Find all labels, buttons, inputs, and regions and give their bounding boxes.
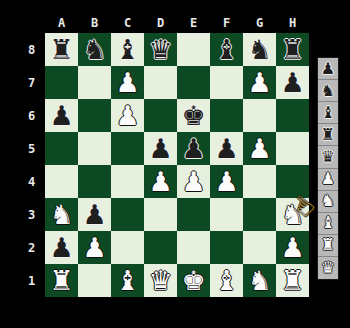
white-bishop[interactable]: ♝ <box>214 267 238 294</box>
square-g8[interactable]: ♞ <box>243 33 276 66</box>
white-knight-icon: ♞ <box>321 193 335 209</box>
square-e7[interactable] <box>177 66 210 99</box>
black-bishop-icon: ♝ <box>321 105 335 121</box>
white-pawn[interactable]: ♟ <box>115 102 139 129</box>
white-pawn[interactable]: ♟ <box>181 168 205 195</box>
square-b4[interactable] <box>78 165 111 198</box>
square-e6[interactable]: ♚ <box>177 99 210 132</box>
square-g5[interactable]: ♟ <box>243 132 276 165</box>
chess-game-screen: ABCDEFGH 87654321 ♜♞♝♛♝♞♜♟♟♟♟♟♚♟♟♟♟♟♟♟♞♟… <box>0 0 350 328</box>
white-pawn[interactable]: ♟ <box>280 234 304 261</box>
black-pawn[interactable]: ♟ <box>49 102 73 129</box>
square-g4[interactable] <box>243 165 276 198</box>
white-queen-icon: ♛ <box>321 260 335 276</box>
square-f5[interactable]: ♟ <box>210 132 243 165</box>
square-g6[interactable] <box>243 99 276 132</box>
rank-label-8: 8 <box>23 33 40 66</box>
square-d8[interactable]: ♛ <box>144 33 177 66</box>
black-pawn[interactable]: ♟ <box>181 135 205 162</box>
square-f8[interactable]: ♝ <box>210 33 243 66</box>
black-king[interactable]: ♚ <box>181 102 205 129</box>
square-b8[interactable]: ♞ <box>78 33 111 66</box>
file-labels: ABCDEFGH <box>45 16 309 31</box>
palette-black-bishop[interactable]: ♝ <box>318 102 338 124</box>
square-e1[interactable]: ♚ <box>177 264 210 297</box>
white-pawn[interactable]: ♟ <box>247 135 271 162</box>
square-a3[interactable]: ♞ <box>45 198 78 231</box>
square-e4[interactable]: ♟ <box>177 165 210 198</box>
square-h7[interactable]: ♟ <box>276 66 309 99</box>
file-label-h: H <box>276 16 309 31</box>
file-label-c: C <box>111 16 144 31</box>
square-d1[interactable]: ♛ <box>144 264 177 297</box>
black-knight[interactable]: ♞ <box>247 36 271 63</box>
white-knight[interactable]: ♞ <box>247 267 271 294</box>
black-pawn[interactable]: ♟ <box>82 201 106 228</box>
palette-black-queen[interactable]: ♛ <box>318 146 338 168</box>
square-g3[interactable] <box>243 198 276 231</box>
black-queen[interactable]: ♛ <box>148 36 172 63</box>
black-rook[interactable]: ♜ <box>280 36 304 63</box>
white-pawn[interactable]: ♟ <box>115 69 139 96</box>
square-f3[interactable] <box>210 198 243 231</box>
rank-label-3: 3 <box>23 198 40 231</box>
black-pawn[interactable]: ♟ <box>49 234 73 261</box>
square-a1[interactable]: ♜ <box>45 264 78 297</box>
black-pawn-icon: ♟ <box>321 61 335 77</box>
chess-board: ♜♞♝♛♝♞♜♟♟♟♟♟♚♟♟♟♟♟♟♟♞♟♞♟♟♟♜♝♛♚♝♞♜ <box>45 33 309 297</box>
square-h5[interactable] <box>276 132 309 165</box>
square-a5[interactable] <box>45 132 78 165</box>
black-knight[interactable]: ♞ <box>82 36 106 63</box>
square-d3[interactable] <box>144 198 177 231</box>
piece-palette: ♟♞♝♜♛♟♞♝♜♛ <box>317 57 339 280</box>
file-label-g: G <box>243 16 276 31</box>
black-rook[interactable]: ♜ <box>49 36 73 63</box>
white-queen[interactable]: ♛ <box>148 267 172 294</box>
white-bishop-icon: ♝ <box>321 215 335 231</box>
file-label-d: D <box>144 16 177 31</box>
square-c5[interactable] <box>111 132 144 165</box>
white-rook[interactable]: ♜ <box>280 267 304 294</box>
palette-black-knight[interactable]: ♞ <box>318 80 338 102</box>
square-b1[interactable] <box>78 264 111 297</box>
square-g1[interactable]: ♞ <box>243 264 276 297</box>
square-e8[interactable] <box>177 33 210 66</box>
square-h1[interactable]: ♜ <box>276 264 309 297</box>
black-pawn[interactable]: ♟ <box>148 135 172 162</box>
square-f1[interactable]: ♝ <box>210 264 243 297</box>
rank-label-7: 7 <box>23 66 40 99</box>
palette-white-pawn[interactable]: ♟ <box>318 169 338 191</box>
square-c2[interactable] <box>111 231 144 264</box>
palette-black-pawn[interactable]: ♟ <box>318 58 338 80</box>
black-pawn[interactable]: ♟ <box>280 69 304 96</box>
square-b3[interactable]: ♟ <box>78 198 111 231</box>
black-knight-icon: ♞ <box>321 83 335 99</box>
square-f7[interactable] <box>210 66 243 99</box>
file-label-b: B <box>78 16 111 31</box>
palette-white-rook[interactable]: ♜ <box>318 235 338 257</box>
white-pawn[interactable]: ♟ <box>148 168 172 195</box>
rank-label-1: 1 <box>23 264 40 297</box>
black-rook-icon: ♜ <box>321 127 335 143</box>
square-e2[interactable] <box>177 231 210 264</box>
square-e3[interactable] <box>177 198 210 231</box>
white-king[interactable]: ♚ <box>181 267 205 294</box>
rank-label-2: 2 <box>23 231 40 264</box>
palette-white-queen[interactable]: ♛ <box>318 257 338 279</box>
file-label-e: E <box>177 16 210 31</box>
white-rook[interactable]: ♜ <box>49 267 73 294</box>
white-knight[interactable]: ♞ <box>49 201 73 228</box>
white-pawn[interactable]: ♟ <box>82 234 106 261</box>
white-bishop[interactable]: ♝ <box>115 267 139 294</box>
rank-labels: 87654321 <box>23 33 40 297</box>
file-label-a: A <box>45 16 78 31</box>
square-b7[interactable] <box>78 66 111 99</box>
square-a2[interactable]: ♟ <box>45 231 78 264</box>
square-a6[interactable]: ♟ <box>45 99 78 132</box>
square-g7[interactable]: ♟ <box>243 66 276 99</box>
square-d6[interactable] <box>144 99 177 132</box>
square-d7[interactable] <box>144 66 177 99</box>
palette-black-rook[interactable]: ♜ <box>318 124 338 146</box>
square-d4[interactable]: ♟ <box>144 165 177 198</box>
palette-white-bishop[interactable]: ♝ <box>318 213 338 235</box>
black-pawn[interactable]: ♟ <box>214 135 238 162</box>
white-pawn[interactable]: ♟ <box>247 69 271 96</box>
square-b5[interactable] <box>78 132 111 165</box>
square-c4[interactable] <box>111 165 144 198</box>
black-bishop[interactable]: ♝ <box>214 36 238 63</box>
square-a7[interactable] <box>45 66 78 99</box>
square-c7[interactable]: ♟ <box>111 66 144 99</box>
black-queen-icon: ♛ <box>321 149 335 165</box>
square-g2[interactable] <box>243 231 276 264</box>
rank-label-6: 6 <box>23 99 40 132</box>
rank-label-4: 4 <box>23 165 40 198</box>
white-pawn-icon: ♟ <box>321 171 335 187</box>
square-f6[interactable] <box>210 99 243 132</box>
square-h6[interactable] <box>276 99 309 132</box>
square-c1[interactable]: ♝ <box>111 264 144 297</box>
square-d5[interactable]: ♟ <box>144 132 177 165</box>
square-f4[interactable]: ♟ <box>210 165 243 198</box>
square-f2[interactable] <box>210 231 243 264</box>
white-pawn[interactable]: ♟ <box>214 168 238 195</box>
black-bishop[interactable]: ♝ <box>115 36 139 63</box>
square-a8[interactable]: ♜ <box>45 33 78 66</box>
rank-label-5: 5 <box>23 132 40 165</box>
square-b6[interactable] <box>78 99 111 132</box>
square-b2[interactable]: ♟ <box>78 231 111 264</box>
white-rook-icon: ♜ <box>321 237 335 253</box>
square-c6[interactable]: ♟ <box>111 99 144 132</box>
square-a4[interactable] <box>45 165 78 198</box>
file-label-f: F <box>210 16 243 31</box>
square-e5[interactable]: ♟ <box>177 132 210 165</box>
square-h8[interactable]: ♜ <box>276 33 309 66</box>
square-c3[interactable] <box>111 198 144 231</box>
square-c8[interactable]: ♝ <box>111 33 144 66</box>
square-d2[interactable] <box>144 231 177 264</box>
square-h2[interactable]: ♟ <box>276 231 309 264</box>
